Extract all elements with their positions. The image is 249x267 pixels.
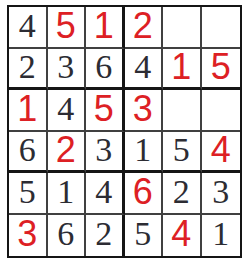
cell-r3c5[interactable] — [163, 90, 202, 132]
given-digit: 2 — [95, 217, 112, 253]
cell-r1c1[interactable]: 4 — [9, 7, 48, 49]
cell-r4c4[interactable]: 1 — [125, 132, 164, 174]
sudoku-page: 45122364151453623154514623362541 — [0, 0, 249, 267]
cell-r3c3[interactable]: 5 — [86, 90, 125, 132]
given-digit: 5 — [173, 133, 190, 169]
cell-r1c2[interactable]: 5 — [48, 7, 87, 49]
sudoku-grid: 45122364151453623154514623362541 — [7, 5, 242, 258]
given-digit: 1 — [134, 133, 151, 169]
cell-r5c4[interactable]: 6 — [125, 173, 164, 215]
cell-r1c4[interactable]: 2 — [125, 7, 164, 49]
given-digit: 3 — [212, 175, 229, 211]
given-digit: 3 — [95, 133, 112, 169]
given-digit: 2 — [19, 50, 36, 86]
given-digit: 1 — [212, 217, 229, 253]
cell-r2c4[interactable]: 4 — [125, 49, 164, 91]
cell-r2c5[interactable]: 1 — [163, 49, 202, 91]
cell-r4c2[interactable]: 2 — [48, 132, 87, 174]
cell-r3c1[interactable]: 1 — [9, 90, 48, 132]
given-digit: 6 — [19, 133, 36, 169]
cell-r6c3[interactable]: 2 — [86, 215, 125, 257]
given-digit: 6 — [57, 217, 74, 253]
cell-r1c3[interactable]: 1 — [86, 7, 125, 49]
entered-digit: 1 — [94, 8, 114, 46]
given-digit: 5 — [19, 175, 36, 211]
given-digit: 5 — [134, 217, 151, 253]
entered-digit: 2 — [133, 8, 153, 46]
cell-r1c6[interactable] — [202, 7, 241, 49]
cell-r3c2[interactable]: 4 — [48, 90, 87, 132]
cell-r4c3[interactable]: 3 — [86, 132, 125, 174]
entered-digit: 5 — [211, 49, 231, 87]
entered-digit: 3 — [17, 216, 37, 254]
entered-digit: 4 — [211, 132, 231, 170]
given-digit: 1 — [57, 175, 74, 211]
given-digit: 6 — [95, 50, 112, 86]
cell-r6c2[interactable]: 6 — [48, 215, 87, 257]
cell-r6c1[interactable]: 3 — [9, 215, 48, 257]
cell-r4c1[interactable]: 6 — [9, 132, 48, 174]
cell-r4c6[interactable]: 4 — [202, 132, 241, 174]
entered-digit: 5 — [56, 8, 76, 46]
cell-r6c4[interactable]: 5 — [125, 215, 164, 257]
cell-r5c3[interactable]: 4 — [86, 173, 125, 215]
entered-digit: 2 — [56, 132, 76, 170]
cell-r5c5[interactable]: 2 — [163, 173, 202, 215]
given-digit: 3 — [57, 50, 74, 86]
cell-r5c1[interactable]: 5 — [9, 173, 48, 215]
cell-r2c3[interactable]: 6 — [86, 49, 125, 91]
given-digit: 2 — [173, 175, 190, 211]
cell-r5c6[interactable]: 3 — [202, 173, 241, 215]
given-digit: 4 — [19, 9, 36, 45]
cell-r4c5[interactable]: 5 — [163, 132, 202, 174]
entered-digit: 6 — [133, 174, 153, 212]
cell-r2c1[interactable]: 2 — [9, 49, 48, 91]
cell-r5c2[interactable]: 1 — [48, 173, 87, 215]
cell-r2c2[interactable]: 3 — [48, 49, 87, 91]
cell-r3c6[interactable] — [202, 90, 241, 132]
cell-r2c6[interactable]: 5 — [202, 49, 241, 91]
cell-r1c5[interactable] — [163, 7, 202, 49]
entered-digit: 4 — [171, 216, 191, 254]
given-digit: 4 — [134, 50, 151, 86]
cell-r6c5[interactable]: 4 — [163, 215, 202, 257]
cell-r3c4[interactable]: 3 — [125, 90, 164, 132]
entered-digit: 5 — [94, 91, 114, 129]
given-digit: 4 — [57, 92, 74, 128]
entered-digit: 1 — [171, 49, 191, 87]
given-digit: 4 — [95, 175, 112, 211]
cell-r6c6[interactable]: 1 — [202, 215, 241, 257]
entered-digit: 3 — [133, 91, 153, 129]
entered-digit: 1 — [17, 91, 37, 129]
